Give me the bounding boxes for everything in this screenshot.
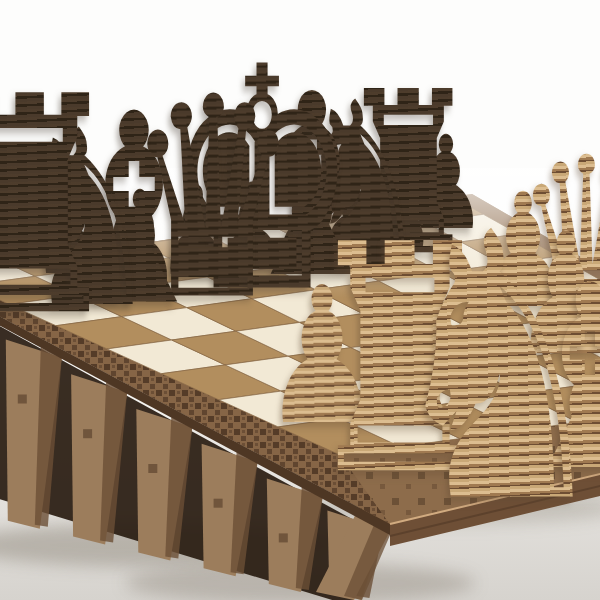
- chess-board: [0, 0, 600, 600]
- chess-set-photo: ♟♟♜♟♞♟♝♟♟♟♚♟♛♝♞♜♟♛♟♟♝♜♞: [0, 0, 600, 600]
